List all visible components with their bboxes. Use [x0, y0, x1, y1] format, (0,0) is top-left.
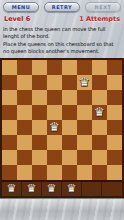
white-queen-tray[interactable]: ♛ [2, 182, 21, 196]
status-row: Level 6 1 Attempts [0, 12, 124, 23]
square-g8[interactable] [92, 60, 107, 75]
square-e3[interactable] [62, 135, 77, 150]
square-d8[interactable] [47, 60, 62, 75]
square-b5[interactable] [17, 105, 32, 120]
piece-tray: ♛♛♛♛ [2, 180, 122, 196]
square-c3[interactable] [32, 135, 47, 150]
white-queen[interactable]: ♛ [47, 120, 62, 135]
square-c6[interactable] [32, 90, 47, 105]
tray-slot-2[interactable]: ♛ [22, 182, 42, 196]
white-queen-tray[interactable]: ♛ [62, 182, 81, 196]
square-b1[interactable] [17, 165, 32, 180]
square-b4[interactable] [17, 120, 32, 135]
square-b2[interactable] [17, 150, 32, 165]
square-e1[interactable] [62, 165, 77, 180]
square-h8[interactable] [107, 60, 122, 75]
instructions-line-1: In the chess the queen can move the full [3, 26, 121, 33]
square-h1[interactable] [107, 165, 122, 180]
square-e8[interactable] [62, 60, 77, 75]
instructions-line-4: no queen blocks another's movement. [3, 48, 121, 55]
square-h5[interactable] [107, 105, 122, 120]
square-d3[interactable] [47, 135, 62, 150]
square-a2[interactable] [2, 150, 17, 165]
instructions-line-3: Place the queens on this chessboard so t… [3, 41, 121, 48]
footer-area [0, 198, 124, 220]
square-a5[interactable] [2, 105, 17, 120]
square-g7[interactable] [92, 75, 107, 90]
white-queen-tray[interactable]: ♛ [22, 182, 41, 196]
chessboard-frame: ♛♛♛ ♛♛♛♛ [0, 58, 124, 198]
square-a4[interactable] [2, 120, 17, 135]
square-a1[interactable] [2, 165, 17, 180]
square-d2[interactable] [47, 150, 62, 165]
square-d6[interactable] [47, 90, 62, 105]
tray-slot-4[interactable]: ♛ [62, 182, 82, 196]
white-queen-tray[interactable]: ♛ [42, 182, 61, 196]
square-e2[interactable] [62, 150, 77, 165]
square-a6[interactable] [2, 90, 17, 105]
square-f5[interactable] [77, 105, 92, 120]
square-g5[interactable]: ♛ [92, 105, 107, 120]
menu-button[interactable]: MENU [3, 2, 39, 12]
chessboard: ♛♛♛ [2, 60, 122, 180]
square-a8[interactable] [2, 60, 17, 75]
square-g1[interactable] [92, 165, 107, 180]
square-h7[interactable] [107, 75, 122, 90]
top-button-bar: MENU RETRY NEXT [0, 0, 124, 12]
retry-button[interactable]: RETRY [44, 2, 80, 12]
tray-slot-6[interactable] [102, 182, 122, 196]
square-f6[interactable] [77, 90, 92, 105]
tray-slot-5[interactable] [82, 182, 102, 196]
square-f2[interactable] [77, 150, 92, 165]
app-root: MENU RETRY NEXT Level 6 1 Attempts In th… [0, 0, 124, 220]
square-d5[interactable] [47, 105, 62, 120]
square-h2[interactable] [107, 150, 122, 165]
square-f7[interactable]: ♛ [77, 75, 92, 90]
square-g2[interactable] [92, 150, 107, 165]
square-c1[interactable] [32, 165, 47, 180]
square-e5[interactable] [62, 105, 77, 120]
square-h6[interactable] [107, 90, 122, 105]
instructions-line-2: lenght of the bord. [3, 33, 121, 40]
square-g6[interactable] [92, 90, 107, 105]
square-e6[interactable] [62, 90, 77, 105]
square-b6[interactable] [17, 90, 32, 105]
square-f4[interactable] [77, 120, 92, 135]
square-b8[interactable] [17, 60, 32, 75]
square-h3[interactable] [107, 135, 122, 150]
square-c5[interactable] [32, 105, 47, 120]
square-f3[interactable] [77, 135, 92, 150]
square-c4[interactable] [32, 120, 47, 135]
square-g3[interactable] [92, 135, 107, 150]
square-g4[interactable] [92, 120, 107, 135]
instructions-text: In the chess the queen can move the full… [0, 23, 124, 56]
tray-slot-1[interactable]: ♛ [2, 182, 22, 196]
square-f8[interactable] [77, 60, 92, 75]
square-d1[interactable] [47, 165, 62, 180]
square-a3[interactable] [2, 135, 17, 150]
square-b3[interactable] [17, 135, 32, 150]
square-c8[interactable] [32, 60, 47, 75]
square-c2[interactable] [32, 150, 47, 165]
square-d7[interactable] [47, 75, 62, 90]
square-e7[interactable] [62, 75, 77, 90]
white-queen[interactable]: ♛ [77, 75, 92, 90]
level-label: Level 6 [4, 15, 30, 23]
next-button[interactable]: NEXT [85, 2, 121, 12]
square-d4[interactable]: ♛ [47, 120, 62, 135]
square-f1[interactable] [77, 165, 92, 180]
white-queen[interactable]: ♛ [92, 105, 107, 120]
attempts-label: 1 Attempts [79, 15, 120, 23]
square-a7[interactable] [2, 75, 17, 90]
square-b7[interactable] [17, 75, 32, 90]
tray-slot-3[interactable]: ♛ [42, 182, 62, 196]
square-h4[interactable] [107, 120, 122, 135]
square-e4[interactable] [62, 120, 77, 135]
square-c7[interactable] [32, 75, 47, 90]
